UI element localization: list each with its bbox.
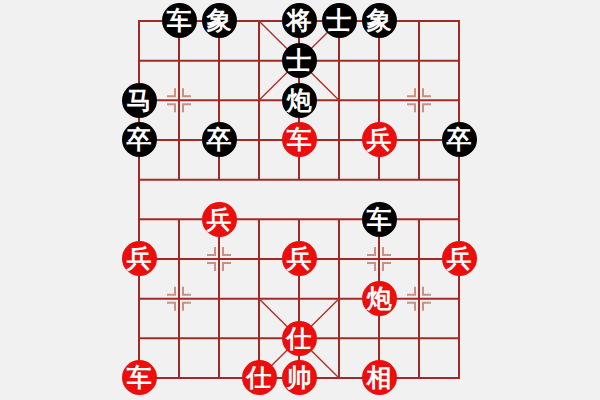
piece-red-advisor[interactable]: 仕	[242, 360, 277, 395]
piece-black-elephant[interactable]: 象	[202, 3, 237, 38]
piece-red-soldier[interactable]: 兵	[442, 241, 477, 276]
board-point: 炮	[359, 279, 399, 319]
piece-black-elephant[interactable]: 象	[362, 3, 397, 38]
xiangqi-board: 车象将士象士马炮卒卒车兵卒兵车兵兵兵炮仕车仕帅相	[0, 0, 600, 400]
board-point: 兵	[119, 239, 159, 279]
piece-black-soldier[interactable]: 卒	[202, 122, 237, 157]
piece-black-advisor[interactable]: 士	[282, 43, 317, 78]
pieces-layer: 车象将士象士马炮卒卒车兵卒兵车兵兵兵炮仕车仕帅相	[119, 1, 479, 398]
board-point: 兵	[359, 120, 399, 160]
board-point: 炮	[279, 80, 319, 120]
board-point: 卒	[199, 120, 239, 160]
board-point: 象	[199, 1, 239, 41]
board-point: 兵	[439, 239, 479, 279]
board-point: 卒	[439, 120, 479, 160]
board-point: 车	[119, 358, 159, 398]
board-point: 车	[359, 199, 399, 239]
piece-red-soldier[interactable]: 兵	[122, 241, 157, 276]
piece-black-soldier[interactable]: 卒	[122, 122, 157, 157]
piece-black-cannon[interactable]: 炮	[282, 83, 317, 118]
board-point: 兵	[199, 199, 239, 239]
board-point: 马	[119, 80, 159, 120]
board-point: 兵	[279, 239, 319, 279]
board-point: 车	[159, 1, 199, 41]
board-point: 士	[319, 1, 359, 41]
board-point: 象	[359, 1, 399, 41]
board-point: 将	[279, 1, 319, 41]
piece-black-soldier[interactable]: 卒	[442, 122, 477, 157]
piece-red-elephant[interactable]: 相	[362, 360, 397, 395]
board-point: 车	[279, 120, 319, 160]
piece-black-horse[interactable]: 马	[122, 83, 157, 118]
piece-black-general[interactable]: 将	[282, 3, 317, 38]
piece-black-chariot[interactable]: 车	[362, 202, 397, 237]
board-point: 仕	[279, 318, 319, 358]
piece-red-soldier[interactable]: 兵	[362, 122, 397, 157]
piece-red-general[interactable]: 帅	[282, 360, 317, 395]
piece-red-chariot[interactable]: 车	[122, 360, 157, 395]
board-point: 相	[359, 358, 399, 398]
board-point: 卒	[119, 120, 159, 160]
board-point: 帅	[279, 358, 319, 398]
piece-red-soldier[interactable]: 兵	[202, 202, 237, 237]
piece-red-chariot[interactable]: 车	[282, 122, 317, 157]
piece-red-soldier[interactable]: 兵	[282, 241, 317, 276]
piece-black-chariot[interactable]: 车	[162, 3, 197, 38]
board-point: 仕	[239, 358, 279, 398]
piece-red-advisor[interactable]: 仕	[282, 321, 317, 356]
piece-black-advisor[interactable]: 士	[322, 3, 357, 38]
board-point: 士	[279, 41, 319, 81]
piece-red-cannon[interactable]: 炮	[362, 281, 397, 316]
